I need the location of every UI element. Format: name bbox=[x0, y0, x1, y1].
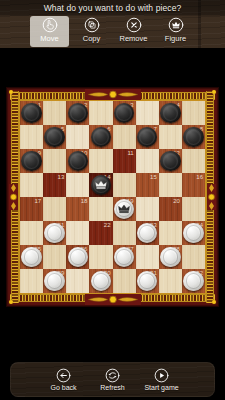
figure-button[interactable]: Figure bbox=[156, 16, 195, 47]
king-crown-icon bbox=[94, 179, 107, 190]
refresh-button[interactable]: Refresh bbox=[93, 368, 133, 391]
black-man-piece[interactable] bbox=[68, 151, 89, 172]
light-square bbox=[20, 173, 43, 197]
white-man-piece[interactable] bbox=[21, 247, 42, 268]
light-square bbox=[66, 173, 89, 197]
square-22[interactable]: 22 bbox=[89, 221, 112, 245]
white-man-piece[interactable] bbox=[137, 271, 158, 292]
square-24[interactable]: 24 bbox=[182, 221, 205, 245]
square-7[interactable]: 7 bbox=[136, 125, 159, 149]
light-square bbox=[136, 197, 159, 221]
black-man-piece[interactable] bbox=[160, 151, 181, 172]
light-square bbox=[159, 173, 182, 197]
light-square bbox=[136, 245, 159, 269]
light-square bbox=[89, 101, 112, 125]
frame-corner-ornament bbox=[9, 300, 13, 304]
light-square bbox=[113, 125, 136, 149]
white-man-piece[interactable] bbox=[114, 247, 135, 268]
toolbar-label: Start game bbox=[144, 384, 178, 391]
black-man-piece[interactable] bbox=[68, 103, 89, 124]
action-label: Remove bbox=[120, 34, 148, 43]
white-man-piece[interactable] bbox=[44, 271, 65, 292]
square-14[interactable]: 14 bbox=[89, 173, 112, 197]
frame-emblem-bottom-icon bbox=[85, 294, 141, 305]
light-square bbox=[43, 197, 66, 221]
back-icon bbox=[56, 368, 71, 383]
action-label: Figure bbox=[165, 34, 186, 43]
light-square bbox=[20, 221, 43, 245]
square-25[interactable]: 25 bbox=[20, 245, 43, 269]
king-crown-icon bbox=[118, 203, 131, 214]
light-square bbox=[66, 269, 89, 293]
square-number: 22 bbox=[104, 222, 111, 228]
light-square bbox=[136, 149, 159, 173]
frame-emblem-left-icon bbox=[9, 184, 18, 210]
go-back-button[interactable]: Go back bbox=[44, 368, 84, 391]
move-button[interactable]: Move bbox=[30, 16, 69, 47]
black-king-piece[interactable] bbox=[91, 175, 112, 196]
action-label: Move bbox=[40, 34, 58, 43]
toolbar-label: Go back bbox=[50, 384, 76, 391]
light-square bbox=[20, 269, 43, 293]
square-23[interactable]: 23 bbox=[136, 221, 159, 245]
frame-corner-ornament bbox=[9, 90, 13, 94]
white-man-piece[interactable] bbox=[91, 271, 112, 292]
light-square bbox=[182, 101, 205, 125]
light-square bbox=[66, 125, 89, 149]
square-15[interactable]: 15 bbox=[136, 173, 159, 197]
light-square bbox=[20, 125, 43, 149]
play-icon bbox=[154, 368, 169, 383]
square-10[interactable]: 10 bbox=[66, 149, 89, 173]
square-number: 18 bbox=[81, 198, 88, 204]
light-square bbox=[182, 245, 205, 269]
light-square bbox=[43, 245, 66, 269]
black-man-piece[interactable] bbox=[160, 103, 181, 124]
black-man-piece[interactable] bbox=[91, 127, 112, 148]
light-square bbox=[182, 197, 205, 221]
square-number: 17 bbox=[34, 198, 41, 204]
square-1[interactable]: 1 bbox=[20, 101, 43, 125]
frame-emblem-right-icon bbox=[207, 184, 216, 210]
square-11[interactable]: 11 bbox=[113, 149, 136, 173]
light-square bbox=[66, 221, 89, 245]
refresh-icon bbox=[105, 368, 120, 383]
board-grid: 1234567891011121314151617181920212223242… bbox=[19, 100, 206, 294]
copy-button[interactable]: Copy bbox=[72, 16, 111, 47]
white-man-piece[interactable] bbox=[160, 247, 181, 268]
action-label: Copy bbox=[83, 34, 101, 43]
light-square bbox=[89, 149, 112, 173]
start-game-button[interactable]: Start game bbox=[142, 368, 182, 391]
remove-icon bbox=[126, 17, 142, 33]
light-square bbox=[43, 101, 66, 125]
black-man-piece[interactable] bbox=[21, 151, 42, 172]
frame-corner-ornament bbox=[212, 300, 216, 304]
square-number: 15 bbox=[150, 174, 157, 180]
move-icon bbox=[42, 17, 58, 33]
black-man-piece[interactable] bbox=[183, 127, 204, 148]
square-5[interactable]: 5 bbox=[43, 125, 66, 149]
square-28[interactable]: 28 bbox=[159, 245, 182, 269]
white-man-piece[interactable] bbox=[44, 223, 65, 244]
light-square bbox=[159, 221, 182, 245]
square-13[interactable]: 13 bbox=[43, 173, 66, 197]
action-dialog: What do you want to do with piece? MoveC… bbox=[0, 0, 225, 48]
light-square bbox=[89, 197, 112, 221]
square-16[interactable]: 16 bbox=[182, 173, 205, 197]
toolbar-label: Refresh bbox=[100, 384, 125, 391]
checkers-board: 1234567891011121314151617181920212223242… bbox=[7, 88, 218, 306]
square-31[interactable]: 31 bbox=[136, 269, 159, 293]
light-square bbox=[113, 221, 136, 245]
black-man-piece[interactable] bbox=[21, 103, 42, 124]
bottom-toolbar: Go backRefreshStart game bbox=[10, 362, 215, 397]
square-21[interactable]: 21 bbox=[43, 221, 66, 245]
figure-icon bbox=[168, 17, 184, 33]
white-king-piece[interactable] bbox=[114, 199, 135, 220]
light-square bbox=[159, 269, 182, 293]
frame-emblem-top-icon bbox=[85, 89, 141, 100]
dialog-actions: MoveCopyRemoveFigure bbox=[0, 16, 225, 47]
light-square bbox=[113, 269, 136, 293]
remove-button[interactable]: Remove bbox=[114, 16, 153, 47]
dialog-title: What do you want to do with piece? bbox=[0, 0, 225, 13]
copy-icon bbox=[84, 17, 100, 33]
black-man-piece[interactable] bbox=[114, 103, 135, 124]
square-number: 20 bbox=[173, 198, 180, 204]
white-man-piece[interactable] bbox=[137, 223, 158, 244]
square-number: 11 bbox=[127, 150, 133, 156]
square-26[interactable]: 26 bbox=[66, 245, 89, 269]
square-27[interactable]: 27 bbox=[113, 245, 136, 269]
light-square bbox=[182, 149, 205, 173]
square-3[interactable]: 3 bbox=[113, 101, 136, 125]
light-square bbox=[113, 173, 136, 197]
square-17[interactable]: 17 bbox=[20, 197, 43, 221]
square-2[interactable]: 2 bbox=[66, 101, 89, 125]
black-man-piece[interactable] bbox=[44, 127, 65, 148]
square-18[interactable]: 18 bbox=[66, 197, 89, 221]
square-6[interactable]: 6 bbox=[89, 125, 112, 149]
light-square bbox=[159, 125, 182, 149]
square-29[interactable]: 29 bbox=[43, 269, 66, 293]
square-number: 13 bbox=[58, 174, 65, 180]
square-20[interactable]: 20 bbox=[159, 197, 182, 221]
black-man-piece[interactable] bbox=[137, 127, 158, 148]
square-12[interactable]: 12 bbox=[159, 149, 182, 173]
square-19[interactable]: 19 bbox=[113, 197, 136, 221]
white-man-piece[interactable] bbox=[68, 247, 89, 268]
light-square bbox=[43, 149, 66, 173]
square-8[interactable]: 8 bbox=[182, 125, 205, 149]
light-square bbox=[89, 245, 112, 269]
light-square bbox=[136, 101, 159, 125]
square-number: 16 bbox=[196, 174, 203, 180]
square-4[interactable]: 4 bbox=[159, 101, 182, 125]
square-30[interactable]: 30 bbox=[89, 269, 112, 293]
square-32[interactable]: 32 bbox=[182, 269, 205, 293]
white-man-piece[interactable] bbox=[183, 271, 204, 292]
white-man-piece[interactable] bbox=[183, 223, 204, 244]
frame-corner-ornament bbox=[212, 90, 216, 94]
square-9[interactable]: 9 bbox=[20, 149, 43, 173]
